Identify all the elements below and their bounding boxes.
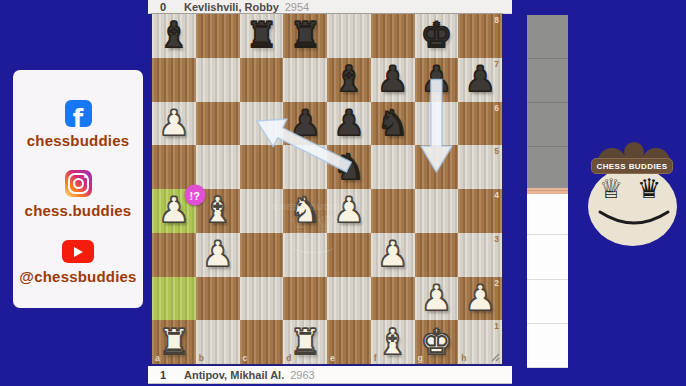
coord-file-d: d: [286, 354, 291, 363]
board-grid[interactable]: ♝♜♜♚8♝♟♟7♟♟♟♟♞6♞5♟♝♞♟4♟♟3♟2♟a♜bcd♜ef♝g♚1…: [152, 14, 502, 364]
black-pawn-g7[interactable]: ♟: [415, 58, 459, 102]
square-g5[interactable]: [415, 145, 459, 189]
black-knight-e5[interactable]: ♞: [327, 145, 371, 189]
square-a8[interactable]: ♝: [152, 14, 196, 58]
top-player-rating: 2954: [285, 1, 309, 13]
coord-rank-7: 7: [494, 60, 499, 69]
coord-file-c: c: [243, 354, 248, 363]
square-e7[interactable]: ♝: [327, 58, 371, 102]
coord-file-f: f: [374, 354, 377, 363]
video-frame: f chessbuddies chess.buddies @chessbuddi…: [0, 0, 686, 386]
square-e8[interactable]: [327, 14, 371, 58]
white-pawn-b3[interactable]: ♟: [196, 233, 240, 277]
bottom-player-name[interactable]: Antipov, Mikhail Al.: [184, 369, 284, 381]
square-c8[interactable]: ♜: [240, 14, 284, 58]
bottom-player-score: 1: [160, 369, 184, 381]
youtube-icon: [62, 240, 94, 263]
square-c5[interactable]: [240, 145, 284, 189]
square-d8[interactable]: ♜: [283, 14, 327, 58]
square-h2[interactable]: 2♟: [458, 277, 502, 321]
square-g1[interactable]: g♚: [415, 320, 459, 364]
square-g4[interactable]: [415, 189, 459, 233]
square-f5[interactable]: [371, 145, 415, 189]
eval-segment-lines: [527, 15, 568, 368]
square-d1[interactable]: d♜: [283, 320, 327, 364]
chess-buddies-logo: CHESS BUDDIES ♕ ♛: [588, 142, 680, 248]
black-queen-eye-icon: ♛: [637, 175, 661, 202]
square-c6[interactable]: [240, 102, 284, 146]
coord-rank-1: 1: [494, 322, 499, 331]
coord-rank-2: 2: [494, 279, 499, 288]
black-knight-f6[interactable]: ♞: [371, 102, 415, 146]
square-b7[interactable]: [196, 58, 240, 102]
square-g8[interactable]: ♚: [415, 14, 459, 58]
top-player-score: 0: [160, 1, 184, 13]
coord-file-e: e: [330, 354, 335, 363]
square-d4[interactable]: ♞: [283, 189, 327, 233]
instagram-group: chess.buddies: [25, 170, 132, 219]
coord-file-h: h: [461, 354, 466, 363]
black-rook-d8[interactable]: ♜: [283, 14, 327, 58]
white-pawn-f3[interactable]: ♟: [371, 233, 415, 277]
square-f8[interactable]: [371, 14, 415, 58]
square-c7[interactable]: [240, 58, 284, 102]
instagram-handle: chess.buddies: [25, 202, 132, 219]
square-a5[interactable]: [152, 145, 196, 189]
square-f2[interactable]: [371, 277, 415, 321]
square-e3[interactable]: [327, 233, 371, 277]
top-player-name[interactable]: Kevlishvili, Robby: [184, 1, 279, 13]
square-g2[interactable]: ♟: [415, 277, 459, 321]
black-pawn-f7[interactable]: ♟: [371, 58, 415, 102]
coord-rank-3: 3: [494, 235, 499, 244]
square-g6[interactable]: [415, 102, 459, 146]
square-b8[interactable]: [196, 14, 240, 58]
square-a7[interactable]: [152, 58, 196, 102]
square-d6[interactable]: ♟: [283, 102, 327, 146]
square-h7[interactable]: 7♟: [458, 58, 502, 102]
youtube-handle: @chessbuddies: [19, 268, 136, 285]
logo-banner: CHESS BUDDIES: [591, 158, 673, 174]
square-a2[interactable]: [152, 277, 196, 321]
evaluation-bar: [527, 15, 568, 368]
chess-board[interactable]: ♝♜♜♚8♝♟♟7♟♟♟♟♞6♞5♟♝♞♟4♟♟3♟2♟a♜bcd♜ef♝g♚1…: [152, 14, 502, 364]
square-b6[interactable]: [196, 102, 240, 146]
white-pawn-e4[interactable]: ♟: [327, 189, 371, 233]
white-pawn-a6[interactable]: ♟: [152, 102, 196, 146]
white-knight-d4[interactable]: ♞: [283, 189, 327, 233]
square-d7[interactable]: [283, 58, 327, 102]
social-panel: f chessbuddies chess.buddies @chessbuddi…: [13, 70, 143, 308]
facebook-icon: f: [65, 100, 92, 127]
coord-rank-8: 8: [494, 16, 499, 25]
white-queen-eye-icon: ♕: [599, 175, 623, 202]
square-e5[interactable]: ♞: [327, 145, 371, 189]
square-f3[interactable]: ♟: [371, 233, 415, 277]
square-d2[interactable]: [283, 277, 327, 321]
square-h3[interactable]: 3: [458, 233, 502, 277]
square-a6[interactable]: ♟: [152, 102, 196, 146]
square-a3[interactable]: [152, 233, 196, 277]
square-e4[interactable]: ♟: [327, 189, 371, 233]
move-annotation-badge: !?: [184, 185, 205, 206]
coord-file-b: b: [199, 354, 204, 363]
facebook-group: f chessbuddies: [27, 100, 129, 149]
bottom-player-rating: 2963: [290, 369, 314, 381]
square-c2[interactable]: [240, 277, 284, 321]
black-rook-c8[interactable]: ♜: [240, 14, 284, 58]
square-e1[interactable]: e: [327, 320, 371, 364]
facebook-handle: chessbuddies: [27, 132, 129, 149]
black-pawn-e6[interactable]: ♟: [327, 102, 371, 146]
square-e2[interactable]: [327, 277, 371, 321]
square-h8[interactable]: 8: [458, 14, 502, 58]
square-g7[interactable]: ♟: [415, 58, 459, 102]
black-bishop-e7[interactable]: ♝: [327, 58, 371, 102]
square-d3[interactable]: [283, 233, 327, 277]
coord-file-a: a: [155, 354, 160, 363]
coord-file-g: g: [418, 354, 423, 363]
square-b5[interactable]: [196, 145, 240, 189]
coord-rank-5: 5: [494, 147, 499, 156]
coord-rank-4: 4: [494, 191, 499, 200]
top-player-bar: 0 Kevlishvili, Robby 2954: [148, 0, 512, 14]
square-c3[interactable]: [240, 233, 284, 277]
square-b1[interactable]: b: [196, 320, 240, 364]
black-king-g8[interactable]: ♚: [415, 14, 459, 58]
white-pawn-g2[interactable]: ♟: [415, 277, 459, 321]
instagram-icon: [65, 170, 92, 197]
square-c1[interactable]: c: [240, 320, 284, 364]
square-f6[interactable]: ♞: [371, 102, 415, 146]
board-resize-handle[interactable]: [490, 352, 500, 362]
square-b3[interactable]: ♟: [196, 233, 240, 277]
black-pawn-d6[interactable]: ♟: [283, 102, 327, 146]
square-f1[interactable]: f♝: [371, 320, 415, 364]
play-icon: [74, 247, 83, 257]
square-g3[interactable]: [415, 233, 459, 277]
square-b2[interactable]: [196, 277, 240, 321]
square-h5[interactable]: 5: [458, 145, 502, 189]
square-h6[interactable]: 6: [458, 102, 502, 146]
square-e6[interactable]: ♟: [327, 102, 371, 146]
square-d5[interactable]: [283, 145, 327, 189]
youtube-group: @chessbuddies: [19, 240, 136, 285]
square-f4[interactable]: [371, 189, 415, 233]
black-bishop-a8[interactable]: ♝: [152, 14, 196, 58]
square-f7[interactable]: ♟: [371, 58, 415, 102]
coord-rank-6: 6: [494, 104, 499, 113]
logo-smile-icon: [594, 204, 674, 232]
square-h4[interactable]: 4: [458, 189, 502, 233]
square-a1[interactable]: a♜: [152, 320, 196, 364]
white-bishop-f1[interactable]: ♝: [371, 320, 415, 364]
bottom-player-bar: 1 Antipov, Mikhail Al. 2963: [148, 366, 512, 384]
square-c4[interactable]: [240, 189, 284, 233]
